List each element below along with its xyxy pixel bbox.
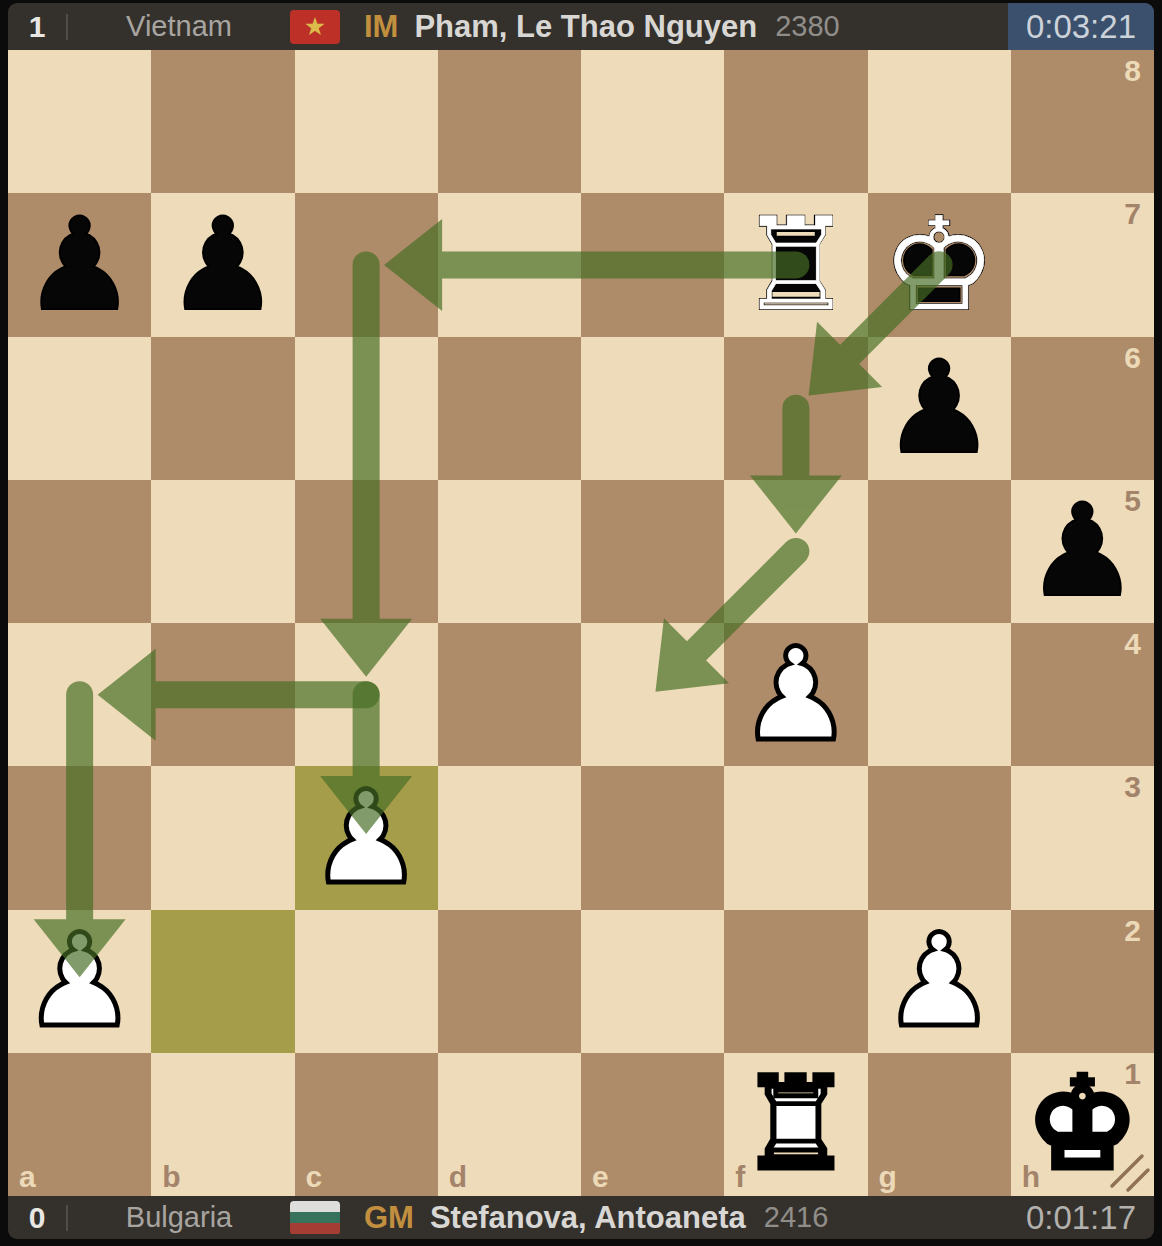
file-label-h: h: [1022, 1162, 1040, 1192]
square-f3[interactable]: [724, 766, 867, 909]
file-label-g: g: [879, 1162, 897, 1192]
chess-board: 8♟♟♜♚7♟6♟5♟4♟3♟♟2abcde♜fg♚1h: [8, 50, 1154, 1196]
top-player-rating: 2380: [775, 10, 840, 43]
rank-label-4: 4: [1124, 629, 1141, 659]
square-c1[interactable]: c: [295, 1053, 438, 1196]
square-g8[interactable]: [868, 50, 1011, 193]
square-f2[interactable]: [724, 910, 867, 1053]
square-e6[interactable]: [581, 337, 724, 480]
square-a6[interactable]: [8, 337, 151, 480]
bottom-player-bar: 0 Bulgaria GM Stefanova, Antoaneta 2416 …: [8, 1196, 1154, 1239]
square-d5[interactable]: [438, 480, 581, 623]
square-c4[interactable]: [295, 623, 438, 766]
square-c2[interactable]: [295, 910, 438, 1053]
square-g2[interactable]: ♟: [868, 910, 1011, 1053]
square-b2[interactable]: [151, 910, 294, 1053]
top-player-score: 1: [8, 10, 66, 44]
top-player-title: IM: [364, 9, 398, 45]
square-d7[interactable]: [438, 193, 581, 336]
file-label-f: f: [735, 1162, 745, 1192]
square-b5[interactable]: [151, 480, 294, 623]
square-f8[interactable]: [724, 50, 867, 193]
square-d3[interactable]: [438, 766, 581, 909]
rank-label-5: 5: [1124, 486, 1141, 516]
square-b7[interactable]: ♟: [151, 193, 294, 336]
bottom-player-clock: 0:01:17: [1008, 1196, 1154, 1239]
square-c3[interactable]: ♟: [295, 766, 438, 909]
square-b8[interactable]: [151, 50, 294, 193]
square-a8[interactable]: [8, 50, 151, 193]
bottom-player-rating: 2416: [764, 1201, 829, 1234]
flag-stripe-red: [290, 1223, 340, 1234]
flag-stripe-green: [290, 1212, 340, 1223]
square-g1[interactable]: g: [868, 1053, 1011, 1196]
flag-stripe-white: [290, 1201, 340, 1212]
piece-white-pawn[interactable]: ♟: [309, 774, 424, 902]
piece-white-pawn[interactable]: ♟: [22, 917, 137, 1045]
square-h6[interactable]: 6: [1011, 337, 1154, 480]
file-label-b: b: [162, 1162, 180, 1192]
square-e5[interactable]: [581, 480, 724, 623]
square-g5[interactable]: [868, 480, 1011, 623]
square-c5[interactable]: [295, 480, 438, 623]
square-a4[interactable]: [8, 623, 151, 766]
square-b6[interactable]: [151, 337, 294, 480]
bottom-player-title: GM: [364, 1200, 414, 1236]
star-icon: ★: [304, 14, 326, 39]
bottom-player-name: Stefanova, Antoaneta: [430, 1200, 746, 1236]
piece-black-pawn[interactable]: ♟: [882, 344, 997, 472]
square-h7[interactable]: 7: [1011, 193, 1154, 336]
square-b1[interactable]: b: [151, 1053, 294, 1196]
square-b3[interactable]: [151, 766, 294, 909]
square-h8[interactable]: 8: [1011, 50, 1154, 193]
bulgaria-flag-icon: [290, 1201, 340, 1235]
rank-label-2: 2: [1124, 916, 1141, 946]
piece-white-pawn[interactable]: ♟: [739, 631, 854, 759]
square-g7[interactable]: ♚: [868, 193, 1011, 336]
file-label-c: c: [306, 1162, 323, 1192]
square-d8[interactable]: [438, 50, 581, 193]
square-f4[interactable]: ♟: [724, 623, 867, 766]
square-a3[interactable]: [8, 766, 151, 909]
square-d1[interactable]: d: [438, 1053, 581, 1196]
square-c6[interactable]: [295, 337, 438, 480]
square-d4[interactable]: [438, 623, 581, 766]
square-d6[interactable]: [438, 337, 581, 480]
top-player-clock: 0:03:21: [1008, 3, 1154, 50]
top-player-name: Pham, Le Thao Nguyen: [414, 9, 757, 45]
rank-label-8: 8: [1124, 56, 1141, 86]
square-e4[interactable]: [581, 623, 724, 766]
square-e1[interactable]: e: [581, 1053, 724, 1196]
square-e2[interactable]: [581, 910, 724, 1053]
square-g4[interactable]: [868, 623, 1011, 766]
square-a2[interactable]: ♟: [8, 910, 151, 1053]
piece-black-pawn[interactable]: ♟: [1025, 487, 1140, 615]
square-g6[interactable]: ♟: [868, 337, 1011, 480]
square-f1[interactable]: ♜f: [724, 1053, 867, 1196]
square-h3[interactable]: 3: [1011, 766, 1154, 909]
square-e8[interactable]: [581, 50, 724, 193]
square-h2[interactable]: 2: [1011, 910, 1154, 1053]
piece-black-pawn[interactable]: ♟: [166, 201, 281, 329]
square-a5[interactable]: [8, 480, 151, 623]
piece-white-rook[interactable]: ♜: [739, 1060, 854, 1188]
square-f5[interactable]: [724, 480, 867, 623]
piece-black-rook[interactable]: ♜: [739, 201, 854, 329]
square-e3[interactable]: [581, 766, 724, 909]
square-c7[interactable]: [295, 193, 438, 336]
top-player-bar: 1 Vietnam ★ IM Pham, Le Thao Nguyen 2380…: [8, 3, 1154, 50]
piece-white-pawn[interactable]: ♟: [882, 917, 997, 1045]
rank-label-3: 3: [1124, 772, 1141, 802]
square-f6[interactable]: [724, 337, 867, 480]
square-d2[interactable]: [438, 910, 581, 1053]
piece-black-king[interactable]: ♚: [882, 201, 997, 329]
bottom-player-country: Bulgaria: [68, 1201, 290, 1234]
top-player-country: Vietnam: [68, 10, 290, 43]
square-h5[interactable]: ♟5: [1011, 480, 1154, 623]
square-a1[interactable]: a: [8, 1053, 151, 1196]
broadcast-board-widget: 1 Vietnam ★ IM Pham, Le Thao Nguyen 2380…: [0, 0, 1162, 1246]
piece-black-pawn[interactable]: ♟: [22, 201, 137, 329]
file-label-d: d: [449, 1162, 467, 1192]
square-h4[interactable]: 4: [1011, 623, 1154, 766]
square-e7[interactable]: [581, 193, 724, 336]
square-b4[interactable]: [151, 623, 294, 766]
square-a7[interactable]: ♟: [8, 193, 151, 336]
vietnam-flag-icon: ★: [290, 10, 340, 44]
rank-label-6: 6: [1124, 343, 1141, 373]
file-label-a: a: [19, 1162, 36, 1192]
rank-label-1: 1: [1124, 1059, 1141, 1089]
bottom-player-score: 0: [8, 1201, 66, 1235]
square-h1[interactable]: ♚1h: [1011, 1053, 1154, 1196]
square-g3[interactable]: [868, 766, 1011, 909]
square-f7[interactable]: ♜: [724, 193, 867, 336]
rank-label-7: 7: [1124, 199, 1141, 229]
square-c8[interactable]: [295, 50, 438, 193]
piece-white-king[interactable]: ♚: [1025, 1060, 1140, 1188]
file-label-e: e: [592, 1162, 609, 1192]
